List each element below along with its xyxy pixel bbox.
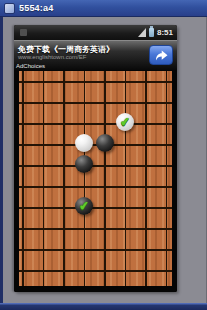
window-title: 5554:a4 [19,3,53,13]
white-stone[interactable]: ✔ [116,113,134,131]
go-board[interactable]: ✔✔ [19,71,172,286]
black-stone[interactable] [75,155,93,173]
white-stone[interactable] [75,134,93,152]
black-stone[interactable]: ✔ [75,197,93,215]
status-clock: 8:51 [157,28,173,37]
phone-screen: 8:51 免费下载《一周商务英语》 www.englishtown.com/EF… [14,25,177,292]
emulator-window: 5554:a4 8:51 免费下载《一周商务英语》 www.englishtow… [0,0,207,310]
android-status-bar: 8:51 [14,25,177,40]
ad-open-button[interactable] [149,45,173,65]
stones-grid: ✔✔ [19,72,172,282]
last-move-check-icon: ✔ [79,200,90,213]
window-title-bar[interactable]: 5554:a4 [0,0,207,17]
notification-icon [20,29,27,36]
battery-icon [149,28,154,37]
window-right-border [206,17,207,310]
last-move-check-icon: ✔ [120,116,131,129]
adchoices-label[interactable]: AdChoices [16,63,45,69]
share-arrow-icon [153,49,169,62]
ad-banner[interactable]: 免费下载《一周商务英语》 www.englishtown.com/EF AdCh… [14,40,177,70]
window-left-border [0,17,3,310]
signal-icon [138,28,146,37]
go-board-frame: ✔✔ [14,70,177,292]
window-icon [4,3,15,14]
black-stone[interactable] [96,134,114,152]
ad-url: www.englishtown.com/EF [18,54,86,60]
window-bottom-border [0,303,207,310]
